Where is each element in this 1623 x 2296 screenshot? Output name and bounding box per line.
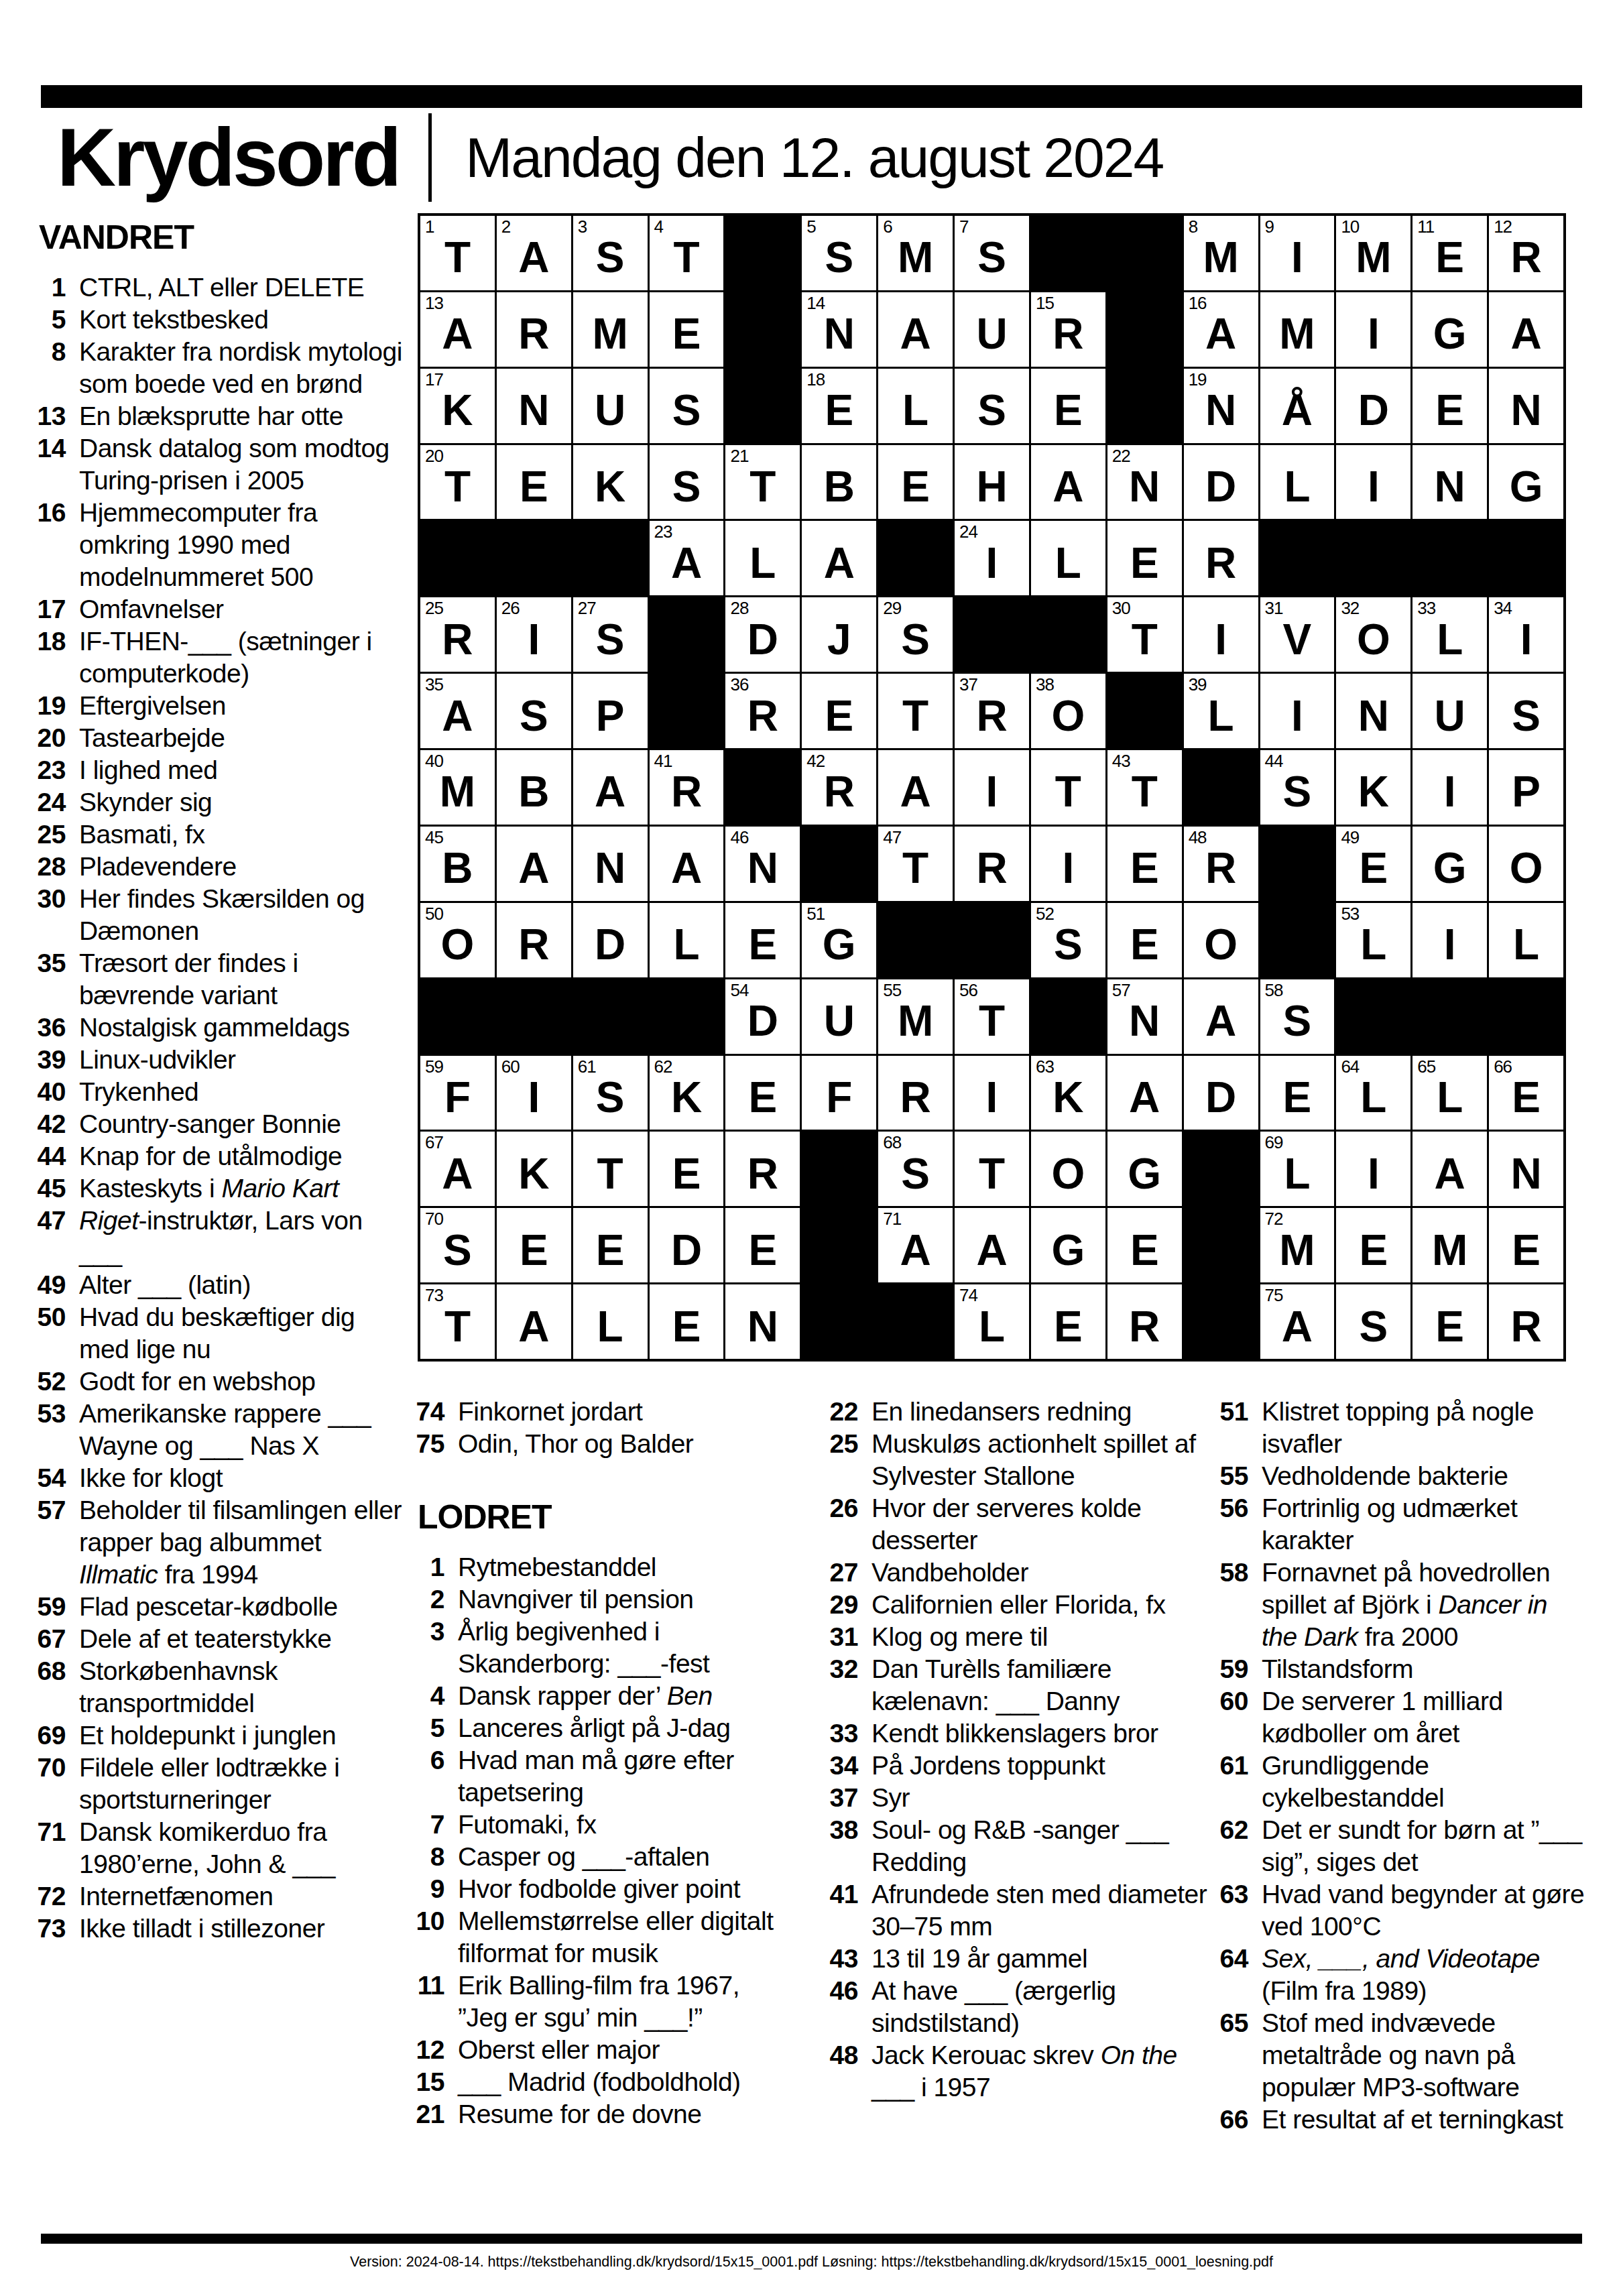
cell-r8c14[interactable]: I [1412, 750, 1487, 825]
cell-r13c8[interactable]: T [955, 1132, 1029, 1206]
cell-letter: I [1291, 685, 1303, 737]
cell-r1c12[interactable]: 9I [1260, 216, 1335, 290]
black-cell-r15c11 [1184, 1284, 1258, 1359]
cell-number: 24 [959, 523, 977, 540]
cell-r15c3[interactable]: L [573, 1284, 648, 1359]
cell-r15c4[interactable]: E [650, 1284, 724, 1359]
cell-r15c2[interactable]: A [497, 1284, 571, 1359]
clue-text: Mellemstørrelse eller digitalt filformat… [458, 1905, 782, 1970]
cell-r12c2[interactable]: 60I [497, 1056, 571, 1130]
cell-letter: S [901, 1143, 930, 1195]
cell-number: 6 [883, 218, 892, 235]
cell-r6c7[interactable]: 29S [878, 597, 953, 672]
cell-r2c6[interactable]: 14N [802, 292, 876, 367]
cell-r2c3[interactable]: M [573, 292, 648, 367]
clue-down-5: 5Lanceres årligt på J-dag [406, 1712, 782, 1744]
clue-number: 43 [819, 1943, 871, 1975]
cell-number: 66 [1494, 1058, 1512, 1075]
clue-text: Fortrinlig og udmærket karakter [1262, 1492, 1585, 1557]
cell-r15c9[interactable]: E [1031, 1284, 1105, 1359]
cell-r12c13[interactable]: 64L [1336, 1056, 1410, 1130]
clue-text: Grundliggende cykelbestanddel [1262, 1750, 1585, 1814]
cell-r8c13[interactable]: K [1336, 750, 1410, 825]
cell-r14c5[interactable]: E [725, 1208, 800, 1282]
clue-text: Eftergivelsen [79, 690, 406, 722]
across-clues-tail: 74Finkornet jordart75Odin, Thor og Balde… [406, 1396, 782, 1460]
cell-r7c5[interactable]: 36R [725, 674, 800, 748]
crossword-grid: 1T2A3S4T5S6M7S8M9I10M11E12R13ARME14NAU15… [418, 213, 1566, 1362]
clue-across-40: 40Trykenhed [27, 1076, 406, 1108]
cell-r7c12[interactable]: I [1260, 674, 1335, 748]
cell-number: 45 [425, 829, 443, 846]
cell-r11c11[interactable]: A [1184, 979, 1258, 1054]
clue-number: 41 [819, 1878, 871, 1943]
cell-r10c15[interactable]: L [1489, 903, 1563, 977]
cell-letter: E [672, 1143, 701, 1195]
black-cell-r11c9 [1031, 979, 1105, 1054]
cell-r2c9[interactable]: 15R [1031, 292, 1105, 367]
clue-down-34: 34På Jordens toppunkt [819, 1750, 1215, 1782]
clue-text: Fornavnet på hovedrollen spillet af Björ… [1262, 1557, 1585, 1653]
cell-r12c6[interactable]: F [802, 1056, 876, 1130]
cell-r9c11[interactable]: 48R [1184, 827, 1258, 901]
cell-r10c13[interactable]: 53L [1336, 903, 1410, 977]
cell-r9c3[interactable]: N [573, 827, 648, 901]
cell-r11c10[interactable]: 57N [1107, 979, 1182, 1054]
cell-r7c14[interactable]: U [1412, 674, 1487, 748]
cell-letter: E [749, 1067, 778, 1119]
cell-r12c8[interactable]: I [955, 1056, 1029, 1130]
cell-letter: T [444, 227, 471, 279]
cell-number: 29 [883, 599, 901, 617]
cell-letter: K [1053, 1067, 1083, 1119]
cell-r15c15[interactable]: R [1489, 1284, 1563, 1359]
cell-r13c5[interactable]: R [725, 1132, 800, 1206]
cell-number: 48 [1189, 829, 1207, 846]
cell-r7c15[interactable]: S [1489, 674, 1563, 748]
clue-across-73: 73Ikke tilladt i stillezoner [27, 1913, 406, 1945]
cell-r4c15[interactable]: G [1489, 445, 1563, 520]
cell-r7c9[interactable]: 38O [1031, 674, 1105, 748]
clue-number: 52 [27, 1366, 79, 1398]
cell-letter: S [977, 379, 1006, 432]
cell-r4c6[interactable]: B [802, 445, 876, 520]
cell-number: 55 [883, 981, 901, 999]
clue-down-55: 55Vedholdende bakterie [1209, 1460, 1585, 1492]
clue-number: 9 [406, 1873, 458, 1905]
cell-r1c2[interactable]: 2A [497, 216, 571, 290]
cell-r6c2[interactable]: 26I [497, 597, 571, 672]
cell-r2c15[interactable]: A [1489, 292, 1563, 367]
cell-r3c12[interactable]: Å [1260, 369, 1335, 443]
cell-number: 31 [1265, 599, 1283, 617]
cell-r13c14[interactable]: A [1412, 1132, 1487, 1206]
cell-r4c11[interactable]: D [1184, 445, 1258, 520]
cell-r14c1[interactable]: 70S [420, 1208, 495, 1282]
cell-r10c1[interactable]: 50O [420, 903, 495, 977]
cell-letter: D [595, 914, 625, 966]
black-cell-r8c11 [1184, 750, 1258, 825]
cell-number: 8 [1189, 218, 1197, 235]
clue-down-7: 7Futomaki, fx [406, 1809, 782, 1841]
clue-number: 1 [27, 271, 79, 304]
cell-r15c8[interactable]: 74L [955, 1284, 1029, 1359]
cell-r10c6[interactable]: 51G [802, 903, 876, 977]
clue-down-3: 3Årlig begivenhed i Skanderborg: ___-fes… [406, 1616, 782, 1680]
cell-r12c11[interactable]: D [1184, 1056, 1258, 1130]
cell-r9c5[interactable]: 46N [725, 827, 800, 901]
cell-r13c10[interactable]: G [1107, 1132, 1182, 1206]
cell-letter: E [1359, 1219, 1388, 1272]
cell-r6c14[interactable]: 33L [1412, 597, 1487, 672]
cell-r13c3[interactable]: T [573, 1132, 648, 1206]
cell-r4c14[interactable]: N [1412, 445, 1487, 520]
clue-number: 6 [406, 1744, 458, 1809]
cell-r14c13[interactable]: E [1336, 1208, 1410, 1282]
clue-down-64: 64Sex, ___, and Videotape (Film fra 1989… [1209, 1943, 1585, 2007]
cell-r1c13[interactable]: 10M [1336, 216, 1410, 290]
cell-r12c3[interactable]: 61S [573, 1056, 648, 1130]
cell-letter: L [1208, 685, 1234, 737]
cell-r7c11[interactable]: 39L [1184, 674, 1258, 748]
cell-number: 39 [1189, 676, 1207, 693]
cell-r2c13[interactable]: I [1336, 292, 1410, 367]
cell-r9c7[interactable]: 47T [878, 827, 953, 901]
cell-letter: M [1356, 227, 1391, 279]
cell-r9c9[interactable]: I [1031, 827, 1105, 901]
cell-r4c5[interactable]: 21T [725, 445, 800, 520]
cell-r3c9[interactable]: E [1031, 369, 1105, 443]
clue-across-50: 50Hvad du beskæftiger dig med lige nu [27, 1301, 406, 1366]
cell-r7c7[interactable]: T [878, 674, 953, 748]
cell-r7c3[interactable]: P [573, 674, 648, 748]
cell-letter: I [1444, 914, 1456, 966]
cell-r2c11[interactable]: 16A [1184, 292, 1258, 367]
cell-r13c15[interactable]: N [1489, 1132, 1563, 1206]
clue-text: Årlig begivenhed i Skanderborg: ___-fest [458, 1616, 782, 1680]
clue-text: Klistret topping på nogle isvafler [1262, 1396, 1585, 1460]
cell-r12c14[interactable]: 65L [1412, 1056, 1487, 1130]
clue-number: 74 [406, 1396, 458, 1428]
cell-r5c11[interactable]: R [1184, 521, 1258, 595]
cell-letter: T [597, 1143, 623, 1195]
cell-r1c14[interactable]: 11E [1412, 216, 1487, 290]
cell-r12c9[interactable]: 63K [1031, 1056, 1105, 1130]
cell-r5c4[interactable]: 23A [650, 521, 724, 595]
cell-r9c8[interactable]: R [955, 827, 1029, 901]
cell-r14c2[interactable]: E [497, 1208, 571, 1282]
cell-letter: T [1132, 609, 1158, 661]
cell-r14c9[interactable]: G [1031, 1208, 1105, 1282]
cell-r13c7[interactable]: 68S [878, 1132, 953, 1206]
clue-across-69: 69Et holdepunkt i junglen [27, 1719, 406, 1752]
cell-letter: A [1205, 303, 1236, 355]
cell-r8c8[interactable]: I [955, 750, 1029, 825]
cell-r7c6[interactable]: E [802, 674, 876, 748]
cell-r5c5[interactable]: L [725, 521, 800, 595]
cell-r10c11[interactable]: O [1184, 903, 1258, 977]
cell-r9c10[interactable]: E [1107, 827, 1182, 901]
cell-r3c11[interactable]: 19N [1184, 369, 1258, 443]
cell-r4c10[interactable]: 22N [1107, 445, 1182, 520]
cell-r7c13[interactable]: N [1336, 674, 1410, 748]
cell-r10c10[interactable]: E [1107, 903, 1182, 977]
cell-r8c6[interactable]: 42R [802, 750, 876, 825]
clue-across-71: 71Dansk komikerduo fra 1980’erne, John &… [27, 1816, 406, 1880]
cell-letter: A [900, 761, 931, 813]
cell-r6c6[interactable]: J [802, 597, 876, 672]
cell-number: 49 [1341, 829, 1359, 846]
cell-r4c8[interactable]: H [955, 445, 1029, 520]
cell-r15c10[interactable]: R [1107, 1284, 1182, 1359]
cell-r10c5[interactable]: E [725, 903, 800, 977]
cell-r14c4[interactable]: D [650, 1208, 724, 1282]
cell-r9c14[interactable]: G [1412, 827, 1487, 901]
black-cell-r13c6 [802, 1132, 876, 1206]
cell-r11c8[interactable]: 56T [955, 979, 1029, 1054]
cell-number: 53 [1341, 905, 1359, 922]
cell-r14c10[interactable]: E [1107, 1208, 1182, 1282]
cell-r2c1[interactable]: 13A [420, 292, 495, 367]
cell-number: 56 [959, 981, 977, 999]
cell-r3c2[interactable]: N [497, 369, 571, 443]
cell-r1c15[interactable]: 12R [1489, 216, 1563, 290]
cell-r6c10[interactable]: 30T [1107, 597, 1182, 672]
cell-letter: A [1205, 990, 1236, 1042]
cell-r5c9[interactable]: L [1031, 521, 1105, 595]
clue-down-11: 11Erik Balling-film fra 1967, ”Jeg er sg… [406, 1970, 782, 2034]
cell-r7c8[interactable]: 37R [955, 674, 1029, 748]
clue-across-8: 8Karakter fra nordisk mytologi som boede… [27, 336, 406, 400]
clue-text: Tastearbejde [79, 722, 406, 754]
cell-r3c7[interactable]: L [878, 369, 953, 443]
cell-r3c8[interactable]: S [955, 369, 1029, 443]
cell-r11c12[interactable]: 58S [1260, 979, 1335, 1054]
cell-r6c5[interactable]: 28D [725, 597, 800, 672]
cell-r4c12[interactable]: L [1260, 445, 1335, 520]
cell-letter: I [1062, 837, 1074, 890]
cell-r6c1[interactable]: 25R [420, 597, 495, 672]
cell-r9c13[interactable]: 49E [1336, 827, 1410, 901]
cell-r1c8[interactable]: 7S [955, 216, 1029, 290]
clue-across-70: 70Fildele eller lodtrække i sportsturner… [27, 1752, 406, 1816]
clue-text: Beholder til filsamlingen eller rapper b… [79, 1494, 406, 1591]
cell-r9c4[interactable]: A [650, 827, 724, 901]
cell-r11c6[interactable]: U [802, 979, 876, 1054]
cell-r2c14[interactable]: G [1412, 292, 1487, 367]
cell-r2c2[interactable]: R [497, 292, 571, 367]
cell-r9c2[interactable]: A [497, 827, 571, 901]
clue-number: 5 [27, 304, 79, 336]
cell-r15c12[interactable]: 75A [1260, 1284, 1335, 1359]
cell-letter: A [671, 837, 702, 890]
cell-r6c15[interactable]: 34I [1489, 597, 1563, 672]
bottom-column-2: 22En linedansers redning25Muskuløs actio… [819, 1396, 1215, 2104]
cell-letter: R [1205, 532, 1236, 585]
cell-r14c3[interactable]: E [573, 1208, 648, 1282]
cell-r8c9[interactable]: T [1031, 750, 1105, 825]
cell-r1c7[interactable]: 6M [878, 216, 953, 290]
cell-r10c2[interactable]: R [497, 903, 571, 977]
cell-r13c1[interactable]: 67A [420, 1132, 495, 1206]
cell-letter: L [1360, 914, 1386, 966]
black-cell-r5c15 [1489, 521, 1563, 595]
cell-r6c11[interactable]: I [1184, 597, 1258, 672]
cell-r3c15[interactable]: N [1489, 369, 1563, 443]
cell-r13c4[interactable]: E [650, 1132, 724, 1206]
cell-r15c14[interactable]: E [1412, 1284, 1487, 1359]
cell-r14c8[interactable]: A [955, 1208, 1029, 1282]
cell-r8c12[interactable]: 44S [1260, 750, 1335, 825]
cell-r1c1[interactable]: 1T [420, 216, 495, 290]
cell-r2c4[interactable]: E [650, 292, 724, 367]
cell-letter: I [528, 1067, 540, 1119]
cell-r12c4[interactable]: 62K [650, 1056, 724, 1130]
cell-number: 54 [730, 981, 748, 999]
cell-r9c1[interactable]: 45B [420, 827, 495, 901]
cell-r3c6[interactable]: 18E [802, 369, 876, 443]
clue-across-52: 52Godt for en webshop [27, 1366, 406, 1398]
cell-r6c12[interactable]: 31V [1260, 597, 1335, 672]
down-clues-list-2: 22En linedansers redning25Muskuløs actio… [819, 1396, 1215, 2104]
cell-r10c4[interactable]: L [650, 903, 724, 977]
cell-r15c13[interactable]: S [1336, 1284, 1410, 1359]
cell-r8c1[interactable]: 40M [420, 750, 495, 825]
cell-letter: E [1054, 1296, 1083, 1348]
cell-letter: A [518, 1296, 549, 1348]
clue-down-6: 6Hvad man må gøre efter tapetsering [406, 1744, 782, 1809]
cell-r12c10[interactable]: A [1107, 1056, 1182, 1130]
cell-r13c13[interactable]: I [1336, 1132, 1410, 1206]
clue-text: Skynder sig [79, 786, 406, 819]
cell-letter: I [986, 761, 998, 813]
cell-r2c7[interactable]: A [878, 292, 953, 367]
cell-r5c6[interactable]: A [802, 521, 876, 595]
cell-r4c7[interactable]: E [878, 445, 953, 520]
cell-r3c3[interactable]: U [573, 369, 648, 443]
cell-r1c4[interactable]: 4T [650, 216, 724, 290]
cell-r6c3[interactable]: 27S [573, 597, 648, 672]
clue-number: 29 [819, 1589, 871, 1621]
cell-letter: U [976, 303, 1007, 355]
cell-r8c3[interactable]: A [573, 750, 648, 825]
cell-r8c2[interactable]: B [497, 750, 571, 825]
cell-r2c12[interactable]: M [1260, 292, 1335, 367]
cell-r14c7[interactable]: 71A [878, 1208, 953, 1282]
cell-r12c7[interactable]: R [878, 1056, 953, 1130]
cell-r15c1[interactable]: 73T [420, 1284, 495, 1359]
cell-letter: D [747, 990, 778, 1042]
cell-letter: S [596, 1067, 625, 1119]
cell-r12c15[interactable]: 66E [1489, 1056, 1563, 1130]
cell-r3c4[interactable]: S [650, 369, 724, 443]
cell-r2c8[interactable]: U [955, 292, 1029, 367]
black-cell-r7c4 [650, 674, 724, 748]
cell-r13c9[interactable]: O [1031, 1132, 1105, 1206]
cell-r4c4[interactable]: S [650, 445, 724, 520]
clue-number: 75 [406, 1428, 458, 1460]
cell-letter: E [1359, 837, 1388, 890]
cell-r13c12[interactable]: 69L [1260, 1132, 1335, 1206]
cell-r3c14[interactable]: E [1412, 369, 1487, 443]
cell-r12c5[interactable]: E [725, 1056, 800, 1130]
cell-r8c4[interactable]: 41R [650, 750, 724, 825]
cell-r1c11[interactable]: 8M [1184, 216, 1258, 290]
cell-r12c12[interactable]: E [1260, 1056, 1335, 1130]
cell-number: 34 [1494, 599, 1512, 617]
cell-r6c13[interactable]: 32O [1336, 597, 1410, 672]
clue-text: Dele af et teaterstykke [79, 1623, 406, 1655]
black-cell-r6c8 [955, 597, 1029, 672]
cell-r5c8[interactable]: 24I [955, 521, 1029, 595]
cell-r13c2[interactable]: K [497, 1132, 571, 1206]
cell-r8c15[interactable]: P [1489, 750, 1563, 825]
cell-r9c15[interactable]: O [1489, 827, 1563, 901]
cell-letter: P [1512, 761, 1541, 813]
clue-down-37: 37Syr [819, 1782, 1215, 1814]
cell-r4c13[interactable]: I [1336, 445, 1410, 520]
clue-text: Kort tekstbesked [79, 304, 406, 336]
cell-letter: T [444, 456, 471, 508]
cell-r10c14[interactable]: I [1412, 903, 1487, 977]
cell-letter: L [1437, 609, 1463, 661]
cell-r4c9[interactable]: A [1031, 445, 1105, 520]
cell-r3c1[interactable]: 17K [420, 369, 495, 443]
cell-r10c9[interactable]: 52S [1031, 903, 1105, 977]
cell-r10c3[interactable]: D [573, 903, 648, 977]
cell-letter: S [977, 227, 1006, 279]
black-cell-r11c4 [650, 979, 724, 1054]
clue-number: 39 [27, 1044, 79, 1076]
cell-r4c1[interactable]: 20T [420, 445, 495, 520]
cell-r7c1[interactable]: 35A [420, 674, 495, 748]
cell-r7c2[interactable]: S [497, 674, 571, 748]
cell-r8c10[interactable]: 43T [1107, 750, 1182, 825]
cell-r11c7[interactable]: 55M [878, 979, 953, 1054]
clue-number: 17 [27, 593, 79, 625]
clue-down-29: 29Californien eller Florida, fx [819, 1589, 1215, 1621]
cell-number: 44 [1265, 752, 1283, 770]
cell-letter: V [1283, 609, 1312, 661]
cell-r8c7[interactable]: A [878, 750, 953, 825]
clue-number: 25 [819, 1428, 871, 1492]
cell-r4c3[interactable]: K [573, 445, 648, 520]
cell-r11c5[interactable]: 54D [725, 979, 800, 1054]
cell-letter: R [976, 685, 1007, 737]
cell-r4c2[interactable]: E [497, 445, 571, 520]
cell-r15c5[interactable]: N [725, 1284, 800, 1359]
footer-rule [41, 2234, 1582, 2244]
footer-text: Version: 2024-08-14. https://tekstbehand… [0, 2254, 1623, 2271]
clue-down-61: 61Grundliggende cykelbestanddel [1209, 1750, 1585, 1814]
cell-r12c1[interactable]: 59F [420, 1056, 495, 1130]
clue-number: 33 [819, 1717, 871, 1750]
cell-r1c6[interactable]: 5S [802, 216, 876, 290]
cell-r14c12[interactable]: 72M [1260, 1208, 1335, 1282]
cell-r3c13[interactable]: D [1336, 369, 1410, 443]
cell-r5c10[interactable]: E [1107, 521, 1182, 595]
cell-letter: T [749, 456, 776, 508]
cell-r1c3[interactable]: 3S [573, 216, 648, 290]
cell-letter: R [747, 1143, 778, 1195]
clue-text: Pladevendere [79, 851, 406, 883]
cell-letter: T [444, 1296, 471, 1348]
cell-r14c15[interactable]: E [1489, 1208, 1563, 1282]
clue-down-26: 26Hvor der serveres kolde desserter [819, 1492, 1215, 1557]
cell-r14c14[interactable]: M [1412, 1208, 1487, 1282]
cell-number: 62 [654, 1058, 672, 1075]
clue-text: På Jordens toppunkt [871, 1750, 1215, 1782]
